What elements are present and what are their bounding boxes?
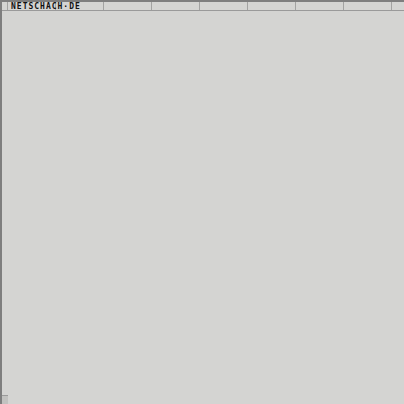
- bottom-left-corner: [0, 395, 8, 404]
- chess-app-window: NETSCHACH·DE: [0, 0, 404, 404]
- site-title: NETSCHACH·DE: [11, 2, 81, 11]
- site-header: NETSCHACH·DE: [0, 0, 404, 11]
- left-border-strip: [0, 11, 8, 395]
- file-labels: [0, 395, 404, 404]
- rank-labels: [392, 11, 404, 395]
- board: [8, 11, 392, 395]
- board-row: [0, 11, 404, 395]
